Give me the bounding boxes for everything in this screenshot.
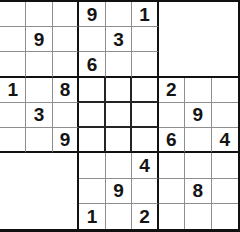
cell-r3c3[interactable] [53,52,79,77]
cell-r7c7[interactable] [159,153,185,178]
cell-r7c6[interactable]: 4 [132,153,158,178]
void-r7c3 [53,153,79,178]
void-r8c1 [0,179,26,204]
cell-r6c3[interactable]: 9 [53,128,79,153]
cell-r6c5[interactable] [106,128,132,153]
cell-r5c4[interactable] [79,103,105,128]
cell-r4c3[interactable]: 8 [53,78,79,103]
cell-r5c5[interactable] [106,103,132,128]
cell-r3c2[interactable] [26,52,52,77]
cell-r1c2[interactable] [26,2,52,27]
cell-r5c9[interactable] [212,103,238,128]
cell-r5c3[interactable] [53,103,79,128]
cell-r6c9[interactable]: 4 [212,128,238,153]
cell-r5c7[interactable] [159,103,185,128]
sudoku-board: 919361823996449812 [0,0,240,232]
cell-r4c4[interactable] [79,78,105,103]
cell-r1c5[interactable] [106,2,132,27]
cell-r6c2[interactable] [26,128,52,153]
cell-r8c5[interactable]: 9 [106,179,132,204]
cell-r7c8[interactable] [185,153,211,178]
cell-r6c4[interactable] [79,128,105,153]
void-r3c9 [212,52,238,77]
cell-r4c1[interactable]: 1 [0,78,26,103]
cell-r5c8[interactable]: 9 [185,103,211,128]
cell-r8c4[interactable] [79,179,105,204]
cell-r7c5[interactable] [106,153,132,178]
void-r8c2 [26,179,52,204]
void-r2c8 [185,27,211,52]
cell-r6c6[interactable] [132,128,158,153]
cell-r9c9[interactable] [212,204,238,229]
void-r9c2 [26,204,52,229]
void-r1c7 [159,2,185,27]
void-r2c9 [212,27,238,52]
cell-r9c5[interactable] [106,204,132,229]
cell-r9c4[interactable]: 1 [79,204,105,229]
cell-r1c6[interactable]: 1 [132,2,158,27]
cell-r2c3[interactable] [53,27,79,52]
cell-r2c6[interactable] [132,27,158,52]
void-r1c9 [212,2,238,27]
cell-r5c1[interactable] [0,103,26,128]
cell-r1c4[interactable]: 9 [79,2,105,27]
cell-r9c8[interactable] [185,204,211,229]
cell-r2c2[interactable]: 9 [26,27,52,52]
void-r7c2 [26,153,52,178]
cell-r4c8[interactable] [185,78,211,103]
cell-r2c5[interactable]: 3 [106,27,132,52]
cell-r6c7[interactable]: 6 [159,128,185,153]
cell-r8c9[interactable] [212,179,238,204]
void-r2c7 [159,27,185,52]
cell-r7c9[interactable] [212,153,238,178]
cell-r3c1[interactable] [0,52,26,77]
void-r9c3 [53,204,79,229]
cell-r4c7[interactable]: 2 [159,78,185,103]
cell-r9c6[interactable]: 2 [132,204,158,229]
cell-r2c1[interactable] [0,27,26,52]
cell-r5c2[interactable]: 3 [26,103,52,128]
void-r3c8 [185,52,211,77]
cell-r9c7[interactable] [159,204,185,229]
cell-r7c4[interactable] [79,153,105,178]
cell-r2c4[interactable] [79,27,105,52]
cell-r8c6[interactable] [132,179,158,204]
cell-r8c7[interactable] [159,179,185,204]
cell-r3c4[interactable]: 6 [79,52,105,77]
cell-r4c6[interactable] [132,78,158,103]
cell-r8c8[interactable]: 8 [185,179,211,204]
void-r1c8 [185,2,211,27]
cell-r3c6[interactable] [132,52,158,77]
cell-r4c9[interactable] [212,78,238,103]
cell-r3c5[interactable] [106,52,132,77]
cell-r6c1[interactable] [0,128,26,153]
cell-r1c3[interactable] [53,2,79,27]
cell-r1c1[interactable] [0,2,26,27]
cell-r5c6[interactable] [132,103,158,128]
void-r3c7 [159,52,185,77]
void-r7c1 [0,153,26,178]
cell-r4c5[interactable] [106,78,132,103]
cell-r6c8[interactable] [185,128,211,153]
void-r9c1 [0,204,26,229]
void-r8c3 [53,179,79,204]
cell-r4c2[interactable] [26,78,52,103]
